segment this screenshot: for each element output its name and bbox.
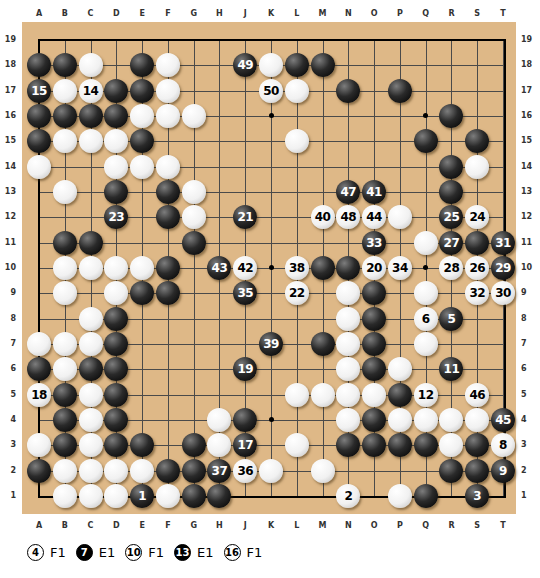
column-label-bottom: L	[289, 521, 305, 531]
column-label-bottom: F	[160, 521, 176, 531]
move-number: 45	[495, 413, 511, 427]
stone-R11: 27	[439, 231, 463, 255]
column-label-top: K	[263, 9, 279, 19]
column-label-bottom: R	[443, 521, 459, 531]
stone-G3	[182, 433, 206, 457]
column-label-bottom: M	[315, 521, 331, 531]
column-label-bottom: G	[186, 521, 202, 531]
go-diagram-page: 4915145047412321404844252433273143423820…	[0, 0, 540, 578]
stone-Q9	[414, 281, 438, 305]
move-number: 19	[237, 362, 253, 376]
stone-R2	[439, 459, 463, 483]
row-label-left: 10	[1, 263, 16, 273]
move-number: 35	[237, 286, 253, 300]
move-number: 36	[237, 464, 253, 478]
stone-B9	[53, 281, 77, 305]
stone-S2	[465, 459, 489, 483]
stone-Q11	[414, 231, 438, 255]
stone-O13: 41	[362, 180, 386, 204]
row-label-left: 1	[1, 491, 16, 501]
move-number: 5	[448, 312, 456, 326]
column-label-top: F	[160, 9, 176, 19]
row-label-left: 7	[1, 339, 16, 349]
caption-move-number-4: 4	[27, 544, 44, 561]
column-label-bottom: S	[469, 521, 485, 531]
move-number: 18	[31, 388, 47, 402]
stone-H2: 37	[207, 459, 231, 483]
column-label-bottom: H	[211, 521, 227, 531]
row-label-right: 12	[521, 212, 536, 222]
stone-E10	[130, 256, 154, 280]
stone-Q8: 6	[414, 307, 438, 331]
move-number: 49	[237, 58, 253, 72]
caption-move-point: F1	[50, 545, 66, 560]
stone-B6	[53, 357, 77, 381]
stone-O5	[362, 383, 386, 407]
column-label-top: O	[366, 9, 382, 19]
stone-G2	[182, 459, 206, 483]
move-number: 9	[499, 464, 507, 478]
column-label-top: E	[134, 9, 150, 19]
stone-B7	[53, 332, 77, 356]
caption-move-number-16: 16	[224, 544, 241, 561]
stone-G16	[182, 104, 206, 128]
row-label-left: 5	[1, 390, 16, 400]
row-label-right: 14	[521, 162, 536, 172]
move-number: 12	[418, 388, 434, 402]
row-label-left: 15	[1, 136, 16, 146]
stone-M12: 40	[311, 205, 335, 229]
stone-C5	[79, 383, 103, 407]
stone-B10	[53, 256, 77, 280]
stone-G13	[182, 180, 206, 204]
column-label-bottom: T	[495, 521, 511, 531]
stone-N5	[336, 383, 360, 407]
stone-F17	[156, 79, 180, 103]
stone-Q15	[414, 129, 438, 153]
stone-C16	[79, 104, 103, 128]
caption-move-number-10: 10	[125, 544, 142, 561]
stone-E1: 1	[130, 484, 154, 508]
stone-T2: 9	[491, 459, 515, 483]
move-number: 27	[444, 236, 460, 250]
move-number: 32	[469, 286, 485, 300]
move-number: 21	[237, 210, 253, 224]
stone-C10	[79, 256, 103, 280]
stone-T9: 30	[491, 281, 515, 305]
stone-C3	[79, 433, 103, 457]
column-label-top: L	[289, 9, 305, 19]
row-label-right: 13	[521, 187, 536, 197]
stone-D1	[104, 484, 128, 508]
stone-A7	[27, 332, 51, 356]
stone-F10	[156, 256, 180, 280]
move-number: 1	[138, 489, 146, 503]
row-label-right: 5	[521, 390, 536, 400]
move-number: 11	[444, 362, 460, 376]
move-number: 30	[495, 286, 511, 300]
stone-T4: 45	[491, 408, 515, 432]
stone-C11	[79, 231, 103, 255]
stone-H1	[207, 484, 231, 508]
move-number: 37	[212, 464, 228, 478]
stone-D2	[104, 459, 128, 483]
row-label-right: 19	[521, 35, 536, 45]
row-label-right: 1	[521, 491, 536, 501]
row-label-right: 2	[521, 466, 536, 476]
stone-C6	[79, 357, 103, 381]
move-number: 8	[499, 438, 507, 452]
stone-N1: 2	[336, 484, 360, 508]
move-number: 41	[366, 185, 382, 199]
stone-B5	[53, 383, 77, 407]
stone-Q5: 12	[414, 383, 438, 407]
stone-L18	[285, 53, 309, 77]
move-number: 40	[315, 210, 331, 224]
stone-Q1	[414, 484, 438, 508]
move-number: 47	[341, 185, 357, 199]
stone-O10: 20	[362, 256, 386, 280]
move-number: 42	[237, 261, 253, 275]
move-number: 6	[422, 312, 430, 326]
stone-B11	[53, 231, 77, 255]
stone-F13	[156, 180, 180, 204]
row-label-right: 17	[521, 86, 536, 96]
stone-O8	[362, 307, 386, 331]
stone-T10: 29	[491, 256, 515, 280]
stone-O11: 33	[362, 231, 386, 255]
stone-R14	[439, 155, 463, 179]
column-label-bottom: N	[340, 521, 356, 531]
row-label-left: 9	[1, 288, 16, 298]
stone-K7: 39	[259, 332, 283, 356]
row-label-right: 11	[521, 238, 536, 248]
stone-M10	[311, 256, 335, 280]
stone-A17: 15	[27, 79, 51, 103]
stone-R8: 5	[439, 307, 463, 331]
column-label-top: A	[31, 9, 47, 19]
move-number: 28	[444, 261, 460, 275]
stone-P10: 34	[388, 256, 412, 280]
move-number: 23	[108, 210, 124, 224]
stone-K2	[259, 459, 283, 483]
row-label-right: 3	[521, 440, 536, 450]
move-number: 3	[473, 489, 481, 503]
column-label-bottom: D	[108, 521, 124, 531]
move-number: 38	[289, 261, 305, 275]
column-label-top: P	[392, 9, 408, 19]
column-label-bottom: K	[263, 521, 279, 531]
column-label-top: C	[83, 9, 99, 19]
move-number: 17	[237, 438, 253, 452]
caption-move: 7E1	[76, 544, 116, 561]
caption-move-point: F1	[247, 545, 263, 560]
stone-D8	[104, 307, 128, 331]
stone-O4	[362, 408, 386, 432]
row-label-right: 18	[521, 60, 536, 70]
row-label-right: 9	[521, 288, 536, 298]
caption-move-number-7: 7	[76, 544, 93, 561]
stone-B18	[53, 53, 77, 77]
stone-Q3	[414, 433, 438, 457]
caption-move: 16F1	[224, 544, 263, 561]
row-label-left: 14	[1, 162, 16, 172]
column-label-top: B	[57, 9, 73, 19]
caption-move-point: E1	[99, 545, 116, 560]
stone-C18	[79, 53, 103, 77]
row-label-left: 17	[1, 86, 16, 96]
move-number: 34	[392, 261, 408, 275]
stone-C17: 14	[79, 79, 103, 103]
stone-F1	[156, 484, 180, 508]
row-label-left: 19	[1, 35, 16, 45]
stone-C7	[79, 332, 103, 356]
stone-B4	[53, 408, 77, 432]
caption-move-number-13: 13	[174, 544, 191, 561]
stone-L3	[285, 433, 309, 457]
move-number: 14	[83, 84, 99, 98]
stone-S11	[465, 231, 489, 255]
stone-O7	[362, 332, 386, 356]
stone-G12	[182, 205, 206, 229]
stone-P5	[388, 383, 412, 407]
column-label-top: N	[340, 9, 356, 19]
row-label-right: 6	[521, 364, 536, 374]
caption-move: 10F1	[125, 544, 164, 561]
column-label-top: D	[108, 9, 124, 19]
stone-T11: 31	[491, 231, 515, 255]
column-label-top: H	[211, 9, 227, 19]
stone-D14	[104, 155, 128, 179]
stone-N8	[336, 307, 360, 331]
column-label-top: R	[443, 9, 459, 19]
row-label-right: 7	[521, 339, 536, 349]
move-number: 22	[289, 286, 305, 300]
stone-M5	[311, 383, 335, 407]
move-number: 46	[469, 388, 485, 402]
stone-B16	[53, 104, 77, 128]
stone-L15	[285, 129, 309, 153]
column-label-bottom: B	[57, 521, 73, 531]
column-label-top: T	[495, 9, 511, 19]
row-label-right: 10	[521, 263, 536, 273]
stone-D5	[104, 383, 128, 407]
stone-S1: 3	[465, 484, 489, 508]
stone-G1	[182, 484, 206, 508]
stone-A16	[27, 104, 51, 128]
move-number: 50	[263, 84, 279, 98]
caption-move: 13E1	[174, 544, 214, 561]
stone-Q7	[414, 332, 438, 356]
column-label-bottom: C	[83, 521, 99, 531]
move-number: 43	[212, 261, 228, 275]
move-number: 44	[366, 210, 382, 224]
stone-G11	[182, 231, 206, 255]
stone-E14	[130, 155, 154, 179]
row-label-left: 11	[1, 238, 16, 248]
ko-moves-caption: 4F17E110F113E116F1	[27, 542, 262, 562]
row-label-right: 4	[521, 415, 536, 425]
stone-E2	[130, 459, 154, 483]
move-number: 2	[344, 489, 352, 503]
stone-E17	[130, 79, 154, 103]
column-label-bottom: A	[31, 521, 47, 531]
stone-C2	[79, 459, 103, 483]
column-label-bottom: O	[366, 521, 382, 531]
caption-move: 4F1	[27, 544, 66, 561]
stone-C1	[79, 484, 103, 508]
stone-P3	[388, 433, 412, 457]
stone-J4	[233, 408, 257, 432]
stone-N17	[336, 79, 360, 103]
go-board[interactable]: 4915145047412321404844252433273143423820…	[22, 22, 516, 514]
column-label-bottom: J	[237, 521, 253, 531]
move-number: 25	[444, 210, 460, 224]
stone-A2	[27, 459, 51, 483]
stone-F14	[156, 155, 180, 179]
row-label-left: 8	[1, 314, 16, 324]
row-label-left: 6	[1, 364, 16, 374]
column-label-top: G	[186, 9, 202, 19]
move-number: 31	[495, 236, 511, 250]
move-number: 20	[366, 261, 382, 275]
column-label-bottom: Q	[418, 521, 434, 531]
stone-L17	[285, 79, 309, 103]
column-label-bottom: P	[392, 521, 408, 531]
row-label-left: 18	[1, 60, 16, 70]
move-number: 39	[263, 337, 279, 351]
row-label-left: 4	[1, 415, 16, 425]
column-label-top: S	[469, 9, 485, 19]
move-number: 24	[469, 210, 485, 224]
stone-M18	[311, 53, 335, 77]
stone-S5: 46	[465, 383, 489, 407]
stone-P17	[388, 79, 412, 103]
column-label-top: Q	[418, 9, 434, 19]
stone-L5	[285, 383, 309, 407]
stone-B15	[53, 129, 77, 153]
stone-B17	[53, 79, 77, 103]
stone-F2	[156, 459, 180, 483]
row-label-right: 8	[521, 314, 536, 324]
stone-M2	[311, 459, 335, 483]
stone-S14	[465, 155, 489, 179]
stone-B13	[53, 180, 77, 204]
stone-Q4	[414, 408, 438, 432]
row-label-left: 12	[1, 212, 16, 222]
row-label-right: 16	[521, 111, 536, 121]
stone-T3: 8	[491, 433, 515, 457]
row-label-left: 2	[1, 466, 16, 476]
column-label-top: J	[237, 9, 253, 19]
stone-K17: 50	[259, 79, 283, 103]
move-number: 33	[366, 236, 382, 250]
stone-C15	[79, 129, 103, 153]
stone-C8	[79, 307, 103, 331]
stone-L10: 38	[285, 256, 309, 280]
stone-F16	[156, 104, 180, 128]
stone-B1	[53, 484, 77, 508]
column-label-top: M	[315, 9, 331, 19]
move-number: 29	[495, 261, 511, 275]
move-number: 48	[341, 210, 357, 224]
stone-M7	[311, 332, 335, 356]
stone-A5: 18	[27, 383, 51, 407]
stone-P1	[388, 484, 412, 508]
stone-P4	[388, 408, 412, 432]
stone-B2	[53, 459, 77, 483]
row-label-left: 16	[1, 111, 16, 121]
stone-B3	[53, 433, 77, 457]
stone-E16	[130, 104, 154, 128]
caption-move-point: E1	[197, 545, 214, 560]
row-label-left: 13	[1, 187, 16, 197]
stone-C4	[79, 408, 103, 432]
column-label-bottom: E	[134, 521, 150, 531]
move-number: 26	[469, 261, 485, 275]
stone-J2: 36	[233, 459, 257, 483]
row-label-left: 3	[1, 440, 16, 450]
stone-A14	[27, 155, 51, 179]
stone-D17	[104, 79, 128, 103]
caption-move-point: F1	[148, 545, 164, 560]
row-label-right: 15	[521, 136, 536, 146]
move-number: 15	[31, 84, 47, 98]
stone-L9: 22	[285, 281, 309, 305]
